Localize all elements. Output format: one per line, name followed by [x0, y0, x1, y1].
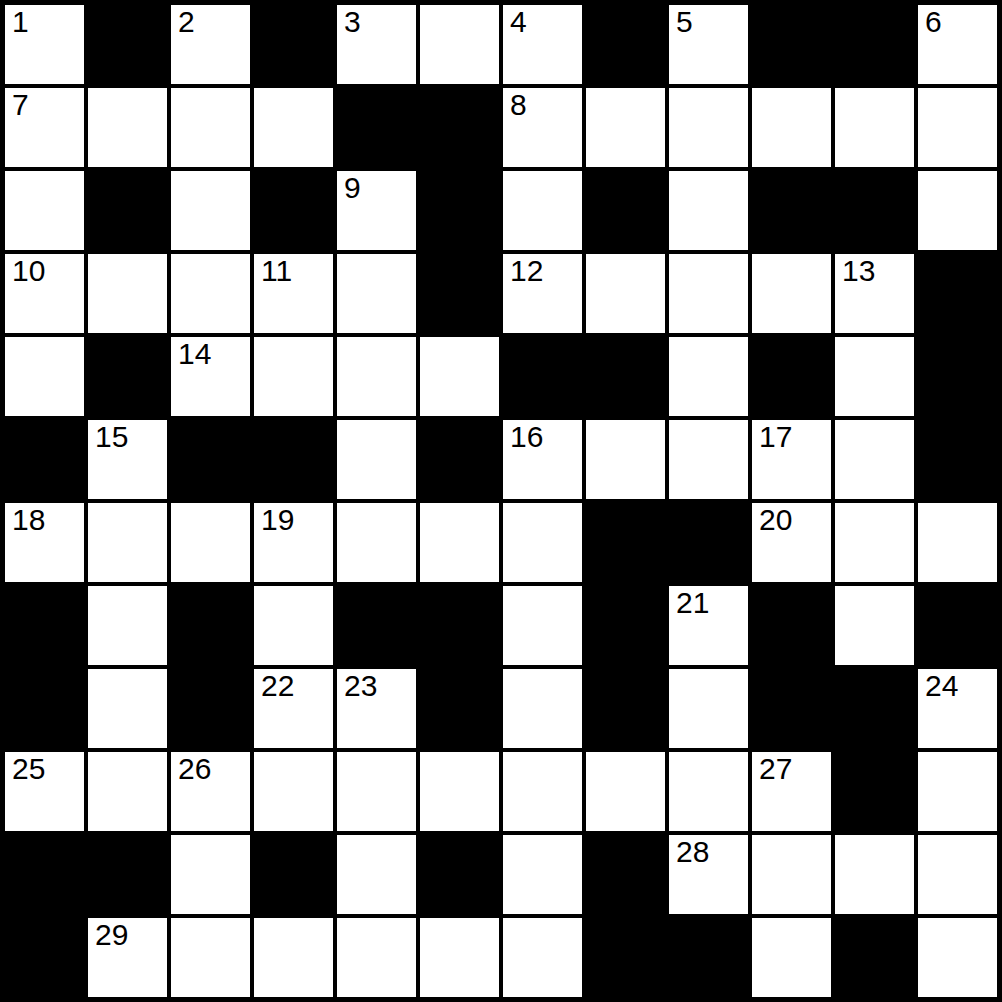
clue-number: 6 [925, 7, 942, 37]
grid-cell[interactable] [337, 254, 416, 333]
grid-cell[interactable]: 29 [88, 918, 167, 997]
clue-number: 4 [510, 7, 527, 37]
grid-cell[interactable]: 12 [503, 254, 582, 333]
clue-number: 24 [925, 671, 958, 701]
grid-cell[interactable] [171, 503, 250, 582]
clue-number: 1 [12, 7, 29, 37]
clue-number: 29 [95, 920, 128, 950]
grid-cell[interactable]: 17 [752, 420, 831, 499]
grid-cell[interactable]: 26 [171, 752, 250, 831]
black-cell [586, 503, 665, 582]
grid-cell[interactable] [503, 503, 582, 582]
grid-cell[interactable] [503, 669, 582, 748]
black-cell [669, 503, 748, 582]
grid-cell[interactable]: 13 [835, 254, 914, 333]
grid-cell[interactable] [337, 752, 416, 831]
clue-number: 25 [12, 754, 45, 784]
black-cell [835, 752, 914, 831]
grid-cell[interactable] [835, 835, 914, 914]
grid-cell[interactable] [254, 337, 333, 416]
black-cell [88, 171, 167, 250]
clue-number: 2 [178, 7, 195, 37]
black-cell [337, 88, 416, 167]
clue-number: 18 [12, 505, 45, 535]
grid-cell[interactable] [918, 171, 997, 250]
grid-cell[interactable] [752, 918, 831, 997]
grid-cell[interactable] [503, 918, 582, 997]
grid-cell[interactable] [503, 752, 582, 831]
grid-cell[interactable]: 4 [503, 5, 582, 84]
black-cell [586, 586, 665, 665]
grid-cell[interactable] [669, 337, 748, 416]
black-cell [586, 5, 665, 84]
grid-cell[interactable]: 1 [5, 5, 84, 84]
clue-number: 17 [759, 422, 792, 452]
grid-cell[interactable]: 6 [918, 5, 997, 84]
black-cell [586, 337, 665, 416]
grid-cell[interactable]: 11 [254, 254, 333, 333]
grid-cell[interactable] [752, 835, 831, 914]
grid-cell[interactable] [669, 420, 748, 499]
black-cell [420, 420, 499, 499]
grid-cell[interactable] [835, 420, 914, 499]
black-cell [586, 835, 665, 914]
grid-cell[interactable]: 28 [669, 835, 748, 914]
clue-number: 11 [261, 256, 292, 286]
clue-number: 7 [12, 90, 29, 120]
clue-number: 21 [676, 588, 709, 618]
black-cell [669, 918, 748, 997]
grid-cell[interactable] [420, 503, 499, 582]
black-cell [88, 337, 167, 416]
grid-cell[interactable] [171, 918, 250, 997]
grid-cell[interactable] [420, 918, 499, 997]
clue-number: 9 [344, 173, 361, 203]
black-cell [752, 337, 831, 416]
black-cell [5, 835, 84, 914]
grid-cell[interactable]: 10 [5, 254, 84, 333]
black-cell [337, 586, 416, 665]
grid-cell[interactable] [752, 88, 831, 167]
grid-cell[interactable] [586, 752, 665, 831]
grid-cell[interactable] [835, 337, 914, 416]
black-cell [752, 586, 831, 665]
grid-cell[interactable] [420, 5, 499, 84]
black-cell [420, 254, 499, 333]
black-cell [586, 918, 665, 997]
grid-cell[interactable] [254, 918, 333, 997]
crossword-grid: 1234567891011121314151617181920212223242… [0, 0, 1002, 1002]
clue-number: 20 [759, 505, 792, 535]
black-cell [254, 171, 333, 250]
grid-cell[interactable]: 14 [171, 337, 250, 416]
grid-cell[interactable]: 22 [254, 669, 333, 748]
black-cell [835, 669, 914, 748]
grid-cell[interactable]: 23 [337, 669, 416, 748]
grid-cell[interactable] [88, 254, 167, 333]
grid-cell[interactable] [254, 586, 333, 665]
grid-cell[interactable] [669, 669, 748, 748]
grid-cell[interactable]: 7 [5, 88, 84, 167]
black-cell [420, 669, 499, 748]
grid-cell[interactable]: 3 [337, 5, 416, 84]
grid-cell[interactable] [586, 88, 665, 167]
grid-cell[interactable] [669, 254, 748, 333]
black-cell [918, 337, 997, 416]
black-cell [254, 835, 333, 914]
black-cell [835, 171, 914, 250]
grid-cell[interactable]: 8 [503, 88, 582, 167]
black-cell [503, 337, 582, 416]
clue-number: 22 [261, 671, 294, 701]
grid-cell[interactable]: 16 [503, 420, 582, 499]
grid-cell[interactable] [420, 752, 499, 831]
grid-cell[interactable] [669, 171, 748, 250]
grid-cell[interactable]: 25 [5, 752, 84, 831]
black-cell [918, 420, 997, 499]
clue-number: 13 [842, 256, 875, 286]
black-cell [171, 586, 250, 665]
clue-number: 26 [178, 754, 211, 784]
black-cell [918, 254, 997, 333]
black-cell [171, 420, 250, 499]
grid-cell[interactable] [503, 586, 582, 665]
grid-cell[interactable] [835, 88, 914, 167]
grid-cell[interactable] [586, 254, 665, 333]
clue-number: 10 [12, 256, 45, 286]
grid-cell[interactable]: 18 [5, 503, 84, 582]
grid-cell[interactable] [337, 337, 416, 416]
grid-cell[interactable]: 2 [171, 5, 250, 84]
grid-cell[interactable] [835, 586, 914, 665]
black-cell [420, 835, 499, 914]
grid-cell[interactable] [171, 88, 250, 167]
grid-cell[interactable] [752, 254, 831, 333]
grid-cell[interactable] [835, 503, 914, 582]
grid-cell[interactable] [88, 586, 167, 665]
clue-number: 15 [95, 422, 128, 452]
grid-cell[interactable] [503, 835, 582, 914]
black-cell [5, 420, 84, 499]
black-cell [420, 586, 499, 665]
grid-cell[interactable] [337, 503, 416, 582]
black-cell [835, 5, 914, 84]
grid-cell[interactable] [918, 835, 997, 914]
black-cell [752, 171, 831, 250]
grid-cell[interactable] [5, 171, 84, 250]
grid-cell[interactable]: 19 [254, 503, 333, 582]
grid-cell[interactable] [918, 88, 997, 167]
grid-cell[interactable] [254, 88, 333, 167]
black-cell [5, 918, 84, 997]
clue-number: 28 [676, 837, 709, 867]
grid-cell[interactable] [171, 254, 250, 333]
clue-number: 3 [344, 7, 361, 37]
grid-cell[interactable] [88, 752, 167, 831]
clue-number: 27 [759, 754, 792, 784]
clue-number: 8 [510, 90, 527, 120]
grid-cell[interactable] [337, 420, 416, 499]
black-cell [420, 88, 499, 167]
grid-cell[interactable] [586, 420, 665, 499]
black-cell [586, 171, 665, 250]
black-cell [586, 669, 665, 748]
grid-cell[interactable]: 5 [669, 5, 748, 84]
grid-cell[interactable] [918, 918, 997, 997]
grid-cell[interactable]: 15 [88, 420, 167, 499]
grid-cell[interactable] [669, 88, 748, 167]
grid-cell[interactable]: 20 [752, 503, 831, 582]
black-cell [752, 5, 831, 84]
black-cell [420, 171, 499, 250]
grid-cell[interactable]: 24 [918, 669, 997, 748]
black-cell [171, 669, 250, 748]
grid-cell[interactable] [88, 88, 167, 167]
grid-cell[interactable] [337, 835, 416, 914]
grid-cell[interactable] [254, 752, 333, 831]
black-cell [835, 918, 914, 997]
grid-cell[interactable] [171, 835, 250, 914]
grid-cell[interactable] [918, 752, 997, 831]
clue-number: 5 [676, 7, 693, 37]
grid-cell[interactable] [669, 752, 748, 831]
black-cell [5, 669, 84, 748]
grid-cell[interactable] [5, 337, 84, 416]
clue-number: 19 [261, 505, 294, 535]
grid-cell[interactable] [503, 171, 582, 250]
grid-cell[interactable]: 21 [669, 586, 748, 665]
black-cell [88, 835, 167, 914]
black-cell [254, 5, 333, 84]
grid-cell[interactable]: 9 [337, 171, 416, 250]
clue-number: 12 [510, 256, 543, 286]
grid-cell[interactable] [88, 669, 167, 748]
clue-number: 23 [344, 671, 377, 701]
clue-number: 16 [510, 422, 543, 452]
black-cell [88, 5, 167, 84]
black-cell [752, 669, 831, 748]
grid-cell[interactable] [918, 503, 997, 582]
grid-cell[interactable] [337, 918, 416, 997]
clue-number: 14 [178, 339, 211, 369]
grid-cell[interactable] [88, 503, 167, 582]
grid-cell[interactable] [420, 337, 499, 416]
black-cell [5, 586, 84, 665]
black-cell [918, 586, 997, 665]
grid-cell[interactable] [171, 171, 250, 250]
grid-cell[interactable]: 27 [752, 752, 831, 831]
black-cell [254, 420, 333, 499]
